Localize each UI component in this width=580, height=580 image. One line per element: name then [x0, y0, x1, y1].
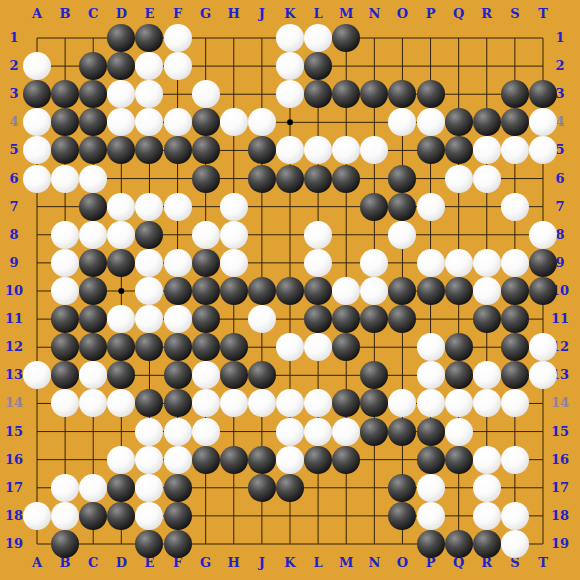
row-label-left-3: 3: [9, 87, 18, 101]
stone-white-K1: [276, 24, 304, 52]
stone-white-H4: [220, 108, 248, 136]
stone-black-J6: [248, 165, 276, 193]
col-label-top-F: F: [173, 7, 182, 21]
stone-white-F2: [164, 52, 192, 80]
stone-white-J11: [248, 305, 276, 333]
stone-white-K16: [276, 446, 304, 474]
col-label-top-N: N: [368, 7, 380, 21]
stone-black-K10: [276, 277, 304, 305]
stone-white-P9: [417, 249, 445, 277]
col-label-top-T: T: [538, 7, 548, 21]
stone-white-H9: [220, 249, 248, 277]
row-label-left-17: 17: [5, 481, 23, 495]
stone-white-R17: [473, 474, 501, 502]
stone-black-R4: [473, 108, 501, 136]
row-label-right-6: 6: [555, 172, 564, 186]
go-board[interactable]: AABBCCDDEEFFGGHHJJKKLLMMNNOOPPQQRRSSTT11…: [0, 0, 580, 580]
stone-black-J17: [248, 474, 276, 502]
stone-black-K6: [276, 165, 304, 193]
stone-black-N7: [360, 193, 388, 221]
stone-black-M16: [332, 446, 360, 474]
stone-white-B8: [51, 221, 79, 249]
stone-white-F16: [164, 446, 192, 474]
row-label-right-2: 2: [555, 59, 564, 73]
col-label-bottom-B: B: [60, 556, 71, 570]
row-label-left-5: 5: [9, 143, 18, 157]
stone-white-R9: [473, 249, 501, 277]
row-label-left-7: 7: [9, 200, 18, 214]
stone-black-Q19: [445, 530, 473, 558]
stone-black-H10: [220, 277, 248, 305]
stone-black-Q10: [445, 277, 473, 305]
stone-black-F13: [164, 361, 192, 389]
stone-white-A18: [23, 502, 51, 530]
stone-black-F10: [164, 277, 192, 305]
row-label-right-18: 18: [551, 509, 569, 523]
stone-black-T10: [529, 277, 557, 305]
stone-white-G15: [192, 418, 220, 446]
stone-white-S9: [501, 249, 529, 277]
col-label-bottom-F: F: [173, 556, 182, 570]
stone-black-C18: [79, 502, 107, 530]
stone-black-F5: [164, 136, 192, 164]
stone-black-Q16: [445, 446, 473, 474]
col-label-bottom-A: A: [32, 556, 42, 570]
col-label-top-S: S: [510, 7, 519, 21]
col-label-bottom-G: G: [200, 556, 211, 570]
stone-white-F1: [164, 24, 192, 52]
stone-black-O15: [388, 418, 416, 446]
stone-black-Q13: [445, 361, 473, 389]
stone-white-A2: [23, 52, 51, 80]
stone-black-G6: [192, 165, 220, 193]
col-label-top-H: H: [228, 7, 240, 21]
col-label-top-D: D: [116, 7, 127, 21]
col-label-top-Q: Q: [453, 7, 464, 21]
stone-white-F9: [164, 249, 192, 277]
col-label-top-C: C: [88, 7, 98, 21]
stone-white-L8: [304, 221, 332, 249]
stone-white-E15: [135, 418, 163, 446]
row-label-left-15: 15: [5, 425, 23, 439]
stone-black-P3: [417, 80, 445, 108]
stone-black-L16: [304, 446, 332, 474]
stone-white-P14: [417, 389, 445, 417]
stone-black-H16: [220, 446, 248, 474]
stone-black-F17: [164, 474, 192, 502]
col-label-bottom-D: D: [116, 556, 127, 570]
stone-black-H13: [220, 361, 248, 389]
row-label-left-1: 1: [9, 31, 18, 45]
stone-white-B6: [51, 165, 79, 193]
stone-black-F18: [164, 502, 192, 530]
stone-black-P19: [417, 530, 445, 558]
stone-black-S10: [501, 277, 529, 305]
row-label-right-1: 1: [555, 31, 564, 45]
stone-white-L1: [304, 24, 332, 52]
stone-black-C9: [79, 249, 107, 277]
col-label-bottom-C: C: [88, 556, 98, 570]
stone-white-G8: [192, 221, 220, 249]
stone-white-H8: [220, 221, 248, 249]
row-label-left-14: 14: [5, 396, 23, 410]
col-label-bottom-H: H: [228, 556, 240, 570]
row-label-left-10: 10: [5, 284, 23, 298]
col-label-top-R: R: [481, 7, 492, 21]
stone-black-G10: [192, 277, 220, 305]
stone-white-Q14: [445, 389, 473, 417]
stone-black-G9: [192, 249, 220, 277]
col-label-bottom-P: P: [426, 556, 436, 570]
stone-white-S18: [501, 502, 529, 530]
stone-white-Q15: [445, 418, 473, 446]
stone-white-S16: [501, 446, 529, 474]
stone-white-H7: [220, 193, 248, 221]
stone-white-B9: [51, 249, 79, 277]
col-label-top-J: J: [259, 7, 265, 21]
stone-white-R6: [473, 165, 501, 193]
stone-white-G14: [192, 389, 220, 417]
col-label-bottom-T: T: [538, 556, 548, 570]
col-label-top-G: G: [200, 7, 211, 21]
col-label-top-L: L: [314, 7, 323, 21]
col-label-bottom-S: S: [510, 556, 519, 570]
stone-white-B10: [51, 277, 79, 305]
stone-black-P16: [417, 446, 445, 474]
stone-black-G16: [192, 446, 220, 474]
row-label-right-16: 16: [551, 453, 569, 467]
stone-black-F12: [164, 333, 192, 361]
stone-black-O6: [388, 165, 416, 193]
stone-white-F11: [164, 305, 192, 333]
stone-white-F15: [164, 418, 192, 446]
stone-white-C6: [79, 165, 107, 193]
row-label-right-15: 15: [551, 425, 569, 439]
stone-black-H12: [220, 333, 248, 361]
row-label-right-17: 17: [551, 481, 569, 495]
stone-black-L10: [304, 277, 332, 305]
stone-white-P17: [417, 474, 445, 502]
stone-white-C17: [79, 474, 107, 502]
stone-white-D16: [107, 446, 135, 474]
stone-black-P10: [417, 277, 445, 305]
stone-white-Q9: [445, 249, 473, 277]
stone-black-C7: [79, 193, 107, 221]
col-label-top-E: E: [144, 7, 154, 21]
stone-black-K17: [276, 474, 304, 502]
row-label-left-11: 11: [5, 312, 23, 326]
stone-white-K15: [276, 418, 304, 446]
stone-white-D8: [107, 221, 135, 249]
col-label-bottom-K: K: [284, 556, 295, 570]
stone-white-B17: [51, 474, 79, 502]
stone-white-L15: [304, 418, 332, 446]
stone-black-F14: [164, 389, 192, 417]
row-label-right-11: 11: [551, 312, 569, 326]
stone-black-O7: [388, 193, 416, 221]
stone-black-S3: [501, 80, 529, 108]
stone-white-R10: [473, 277, 501, 305]
row-label-left-9: 9: [9, 256, 18, 270]
stone-black-L6: [304, 165, 332, 193]
stone-black-R19: [473, 530, 501, 558]
stone-black-M6: [332, 165, 360, 193]
stone-white-E7: [135, 193, 163, 221]
stone-black-F19: [164, 530, 192, 558]
col-label-bottom-J: J: [259, 556, 265, 570]
row-label-left-19: 19: [5, 537, 23, 551]
row-label-left-13: 13: [5, 368, 23, 382]
col-label-bottom-E: E: [144, 556, 154, 570]
row-label-left-16: 16: [5, 453, 23, 467]
col-label-top-P: P: [426, 7, 436, 21]
col-label-top-B: B: [60, 7, 71, 21]
col-label-top-O: O: [397, 7, 408, 21]
stone-black-T9: [529, 249, 557, 277]
stone-black-J16: [248, 446, 276, 474]
stone-black-R11: [473, 305, 501, 333]
stone-white-R18: [473, 502, 501, 530]
row-label-left-12: 12: [5, 340, 23, 354]
stone-white-R13: [473, 361, 501, 389]
stone-black-N15: [360, 418, 388, 446]
col-label-bottom-O: O: [397, 556, 408, 570]
col-label-bottom-Q: Q: [453, 556, 464, 570]
stone-black-Q4: [445, 108, 473, 136]
stone-black-G11: [192, 305, 220, 333]
stone-white-G3: [192, 80, 220, 108]
stone-white-D7: [107, 193, 135, 221]
stone-white-F7: [164, 193, 192, 221]
row-label-left-2: 2: [9, 59, 18, 73]
row-label-left-6: 6: [9, 172, 18, 186]
stone-black-G12: [192, 333, 220, 361]
col-label-bottom-M: M: [339, 556, 353, 570]
stone-black-G5: [192, 136, 220, 164]
row-label-left-18: 18: [5, 509, 23, 523]
stone-black-Q5: [445, 136, 473, 164]
stone-white-S19: [501, 530, 529, 558]
col-label-bottom-R: R: [481, 556, 492, 570]
row-label-left-8: 8: [9, 228, 18, 242]
col-label-bottom-L: L: [314, 556, 323, 570]
stone-white-P18: [417, 502, 445, 530]
stone-white-G13: [192, 361, 220, 389]
col-label-bottom-N: N: [368, 556, 380, 570]
row-label-right-14: 14: [551, 396, 569, 410]
stone-white-B18: [51, 502, 79, 530]
stone-white-P7: [417, 193, 445, 221]
stone-black-P5: [417, 136, 445, 164]
stone-white-E16: [135, 446, 163, 474]
stone-black-Q12: [445, 333, 473, 361]
stone-black-D17: [107, 474, 135, 502]
stone-white-F4: [164, 108, 192, 136]
stone-white-P13: [417, 361, 445, 389]
stone-white-P12: [417, 333, 445, 361]
col-label-top-M: M: [339, 7, 353, 21]
stone-black-J10: [248, 277, 276, 305]
row-label-left-4: 4: [9, 115, 18, 129]
stone-white-S7: [501, 193, 529, 221]
row-label-right-19: 19: [551, 537, 569, 551]
row-label-right-7: 7: [555, 200, 564, 214]
stone-black-B19: [51, 530, 79, 558]
stone-white-C8: [79, 221, 107, 249]
stone-black-P15: [417, 418, 445, 446]
stone-white-L9: [304, 249, 332, 277]
stone-white-K2: [276, 52, 304, 80]
stone-black-G4: [192, 108, 220, 136]
stone-white-A6: [23, 165, 51, 193]
stone-black-S11: [501, 305, 529, 333]
col-label-top-K: K: [284, 7, 295, 21]
stone-white-P4: [417, 108, 445, 136]
stone-white-Q6: [445, 165, 473, 193]
col-label-top-A: A: [32, 7, 42, 21]
stone-black-S12: [501, 333, 529, 361]
stone-white-R16: [473, 446, 501, 474]
stone-white-T8: [529, 221, 557, 249]
stone-white-M15: [332, 418, 360, 446]
